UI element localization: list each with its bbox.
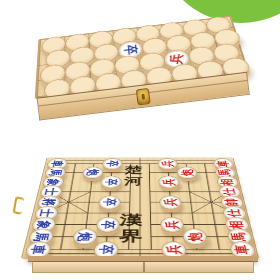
piece-glyph: 兵 bbox=[166, 245, 182, 254]
board-base bbox=[32, 261, 254, 273]
piece-glyph: 將 bbox=[40, 198, 56, 206]
piece-glyph: 炮 bbox=[86, 169, 100, 176]
piece-glyph: 車 bbox=[29, 245, 47, 254]
piece-glyph: 卒 bbox=[98, 245, 114, 254]
piece-glyph: 仕 bbox=[222, 188, 237, 195]
piece-glyph: 象 bbox=[35, 220, 52, 228]
river-label-chu-he: 楚河 bbox=[123, 164, 143, 187]
xiangqi-piece-red: 炮 bbox=[176, 167, 198, 179]
piece-glyph: 兵 bbox=[163, 198, 178, 206]
product-photo: 卒兵 楚河 漢界 車卒兵車馬炮炮馬象卒兵相士仕將卒兵帥士仕象卒兵相馬炮炮馬車卒兵… bbox=[0, 0, 280, 280]
piece-glyph: 炮 bbox=[77, 232, 93, 241]
xiangqi-piece-black: 卒 bbox=[102, 158, 123, 169]
xiangqi-piece-black: 卒 bbox=[98, 195, 121, 209]
piece-glyph: 士 bbox=[43, 188, 58, 195]
piece-glyph: 炮 bbox=[187, 232, 203, 241]
board-surface: 楚河 漢界 車卒兵車馬炮炮馬象卒兵相士仕將卒兵帥士仕象卒兵相馬炮炮馬車卒兵車 bbox=[22, 158, 258, 258]
xiangqi-board-scene: 楚河 漢界 車卒兵車馬炮炮馬象卒兵相士仕將卒兵帥士仕象卒兵相馬炮炮馬車卒兵車 bbox=[22, 116, 258, 258]
xiangqi-piece-red: 兵 bbox=[159, 195, 182, 209]
piece-glyph: 卒 bbox=[122, 44, 137, 55]
box-clasp-icon bbox=[136, 88, 151, 105]
piece-glyph: 炮 bbox=[180, 169, 194, 176]
piece-glyph: 帥 bbox=[224, 198, 240, 206]
piece-glyph: 卒 bbox=[102, 198, 117, 206]
piece-glyph: 兵 bbox=[161, 160, 174, 166]
piece-glyph: 卒 bbox=[104, 179, 118, 186]
board-base-seam bbox=[143, 262, 145, 272]
river-label-han-jie: 漢界 bbox=[119, 212, 142, 244]
piece-glyph: 馬 bbox=[32, 232, 49, 241]
piece-glyph: 卒 bbox=[106, 160, 119, 166]
piece-glyph: 車 bbox=[233, 245, 251, 254]
piece-glyph: 仕 bbox=[226, 209, 242, 217]
xiangqi-piece-red: 兵 bbox=[157, 158, 178, 169]
piece-glyph: 相 bbox=[228, 220, 245, 228]
piece-storage-box: 卒兵 bbox=[21, 0, 255, 123]
piece-glyph: 士 bbox=[38, 209, 54, 217]
piece-glyph: 兵 bbox=[162, 179, 176, 186]
piece-glyph: 馬 bbox=[231, 232, 248, 241]
piece-glyph: 兵 bbox=[168, 53, 184, 64]
piece-glyph: 卒 bbox=[100, 220, 115, 228]
piece-glyph: 兵 bbox=[165, 220, 180, 228]
